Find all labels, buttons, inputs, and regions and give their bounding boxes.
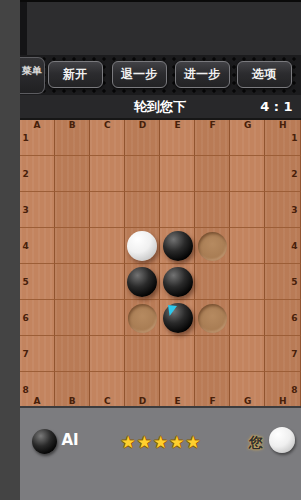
white-player-label: 您 [249, 434, 263, 452]
black-player-label: AI [62, 431, 79, 449]
board-cell[interactable] [265, 372, 300, 408]
board-cell[interactable] [230, 372, 265, 408]
undo-button[interactable]: 退一步 [112, 61, 167, 88]
black-player-disc-icon [32, 429, 57, 454]
black-disc [163, 303, 193, 333]
board-cell[interactable] [55, 156, 90, 192]
board-cell[interactable] [195, 336, 230, 372]
board-grid [20, 120, 301, 408]
board-cell[interactable] [230, 192, 265, 228]
board-cell[interactable] [230, 300, 265, 336]
board-cell[interactable] [90, 228, 125, 264]
new-game-button[interactable]: 新开 [48, 61, 103, 88]
board-cell[interactable] [160, 120, 195, 156]
board-cell[interactable] [20, 192, 55, 228]
redo-button[interactable]: 进一步 [175, 61, 230, 88]
board-cell[interactable] [195, 192, 230, 228]
board-cell[interactable] [160, 192, 195, 228]
board-cell[interactable] [265, 156, 300, 192]
board-cell[interactable] [20, 372, 55, 408]
board-cell[interactable] [230, 156, 265, 192]
menu-tab[interactable]: 菜单 [20, 57, 45, 94]
board-cell[interactable] [20, 120, 55, 156]
board-cell[interactable] [195, 120, 230, 156]
board-cell[interactable] [160, 336, 195, 372]
board-cell[interactable] [90, 264, 125, 300]
footer-bar: AI ★★★★★ 您 18183 .COM [20, 406, 301, 500]
score-display: 4 : 1 [260, 95, 292, 118]
board-cell[interactable] [20, 336, 55, 372]
board-cell[interactable] [55, 372, 90, 408]
board-cell[interactable] [20, 156, 55, 192]
white-player-disc-icon [269, 427, 295, 453]
board-cell[interactable] [195, 372, 230, 408]
board-cell[interactable] [125, 120, 160, 156]
board-cell[interactable] [55, 336, 90, 372]
board-cell[interactable] [90, 120, 125, 156]
board-cell[interactable] [55, 300, 90, 336]
board-cell[interactable] [125, 156, 160, 192]
status-bar: 轮到您下 4 : 1 [20, 95, 301, 118]
board: AABBCCDDEEFFGGHH1122334455667788 [20, 118, 301, 406]
board-cell[interactable] [20, 300, 55, 336]
move-hint[interactable] [128, 304, 157, 333]
board-cell[interactable] [55, 264, 90, 300]
board-cell[interactable] [55, 120, 90, 156]
board-cell[interactable] [55, 228, 90, 264]
board-cell[interactable] [20, 228, 55, 264]
toolbar: 菜单 新开 退一步 进一步 选项 [20, 55, 301, 95]
header-left-edge [20, 2, 27, 57]
board-cell[interactable] [125, 336, 160, 372]
move-hint[interactable] [198, 232, 227, 261]
header-area [20, 0, 301, 55]
board-cell[interactable] [90, 372, 125, 408]
board-cell[interactable] [265, 120, 300, 156]
board-cell[interactable] [265, 336, 300, 372]
board-cell[interactable] [90, 300, 125, 336]
board-cell[interactable] [230, 336, 265, 372]
board-cell[interactable] [265, 264, 300, 300]
board-cell[interactable] [90, 336, 125, 372]
black-disc [163, 267, 193, 297]
board-cell[interactable] [90, 192, 125, 228]
board-cell[interactable] [230, 228, 265, 264]
move-hint[interactable] [198, 304, 227, 333]
board-cell[interactable] [195, 156, 230, 192]
board-cell[interactable] [265, 228, 300, 264]
board-cell[interactable] [125, 372, 160, 408]
board-cell[interactable] [160, 372, 195, 408]
app-window: 菜单 新开 退一步 进一步 选项 轮到您下 4 : 1 AABBCCDDEEFF… [20, 0, 301, 500]
board-cell[interactable] [230, 264, 265, 300]
difficulty-stars: ★★★★★ [121, 432, 202, 452]
board-cell[interactable] [90, 156, 125, 192]
board-cell[interactable] [20, 264, 55, 300]
board-cell[interactable] [265, 300, 300, 336]
turn-indicator: 轮到您下 [20, 95, 301, 118]
board-cell[interactable] [230, 120, 265, 156]
options-button[interactable]: 选项 [237, 61, 292, 88]
board-cell[interactable] [265, 192, 300, 228]
board-cell[interactable] [195, 264, 230, 300]
board-cell[interactable] [55, 192, 90, 228]
board-cell[interactable] [160, 156, 195, 192]
board-cell[interactable] [125, 192, 160, 228]
black-disc [163, 231, 193, 261]
